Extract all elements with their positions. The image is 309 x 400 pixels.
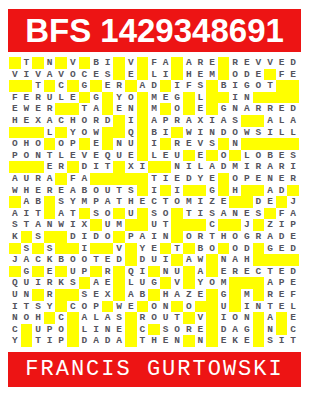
letter-cell: I xyxy=(241,301,253,313)
blocked-cell xyxy=(102,173,114,185)
letter-cell: G xyxy=(218,289,230,301)
letter-cell: S xyxy=(195,80,207,92)
letter-cell: G xyxy=(264,243,276,255)
blocked-cell xyxy=(195,185,207,197)
blocked-cell xyxy=(264,69,276,81)
blocked-cell xyxy=(218,138,230,150)
blocked-cell xyxy=(160,161,172,173)
blocked-cell xyxy=(113,173,125,185)
blocked-cell xyxy=(125,80,137,92)
letter-cell: L xyxy=(276,127,288,139)
letter-cell: N xyxy=(264,173,276,185)
letter-cell: N xyxy=(195,335,207,347)
letter-cell: R xyxy=(32,173,44,185)
letter-cell: L xyxy=(195,161,207,173)
letter-cell: I xyxy=(102,57,114,69)
blocked-cell xyxy=(9,266,21,278)
blocked-cell xyxy=(67,80,79,92)
blocked-cell xyxy=(218,243,230,255)
letter-cell: F xyxy=(276,208,288,220)
letter-cell: E xyxy=(218,196,230,208)
letter-cell: E xyxy=(195,289,207,301)
blocked-cell xyxy=(218,57,230,69)
letter-cell: U xyxy=(137,277,149,289)
letter-cell: E xyxy=(183,138,195,150)
blocked-cell xyxy=(171,231,183,243)
letter-cell: G xyxy=(241,324,253,336)
letter-cell: E xyxy=(276,57,288,69)
letter-cell: D xyxy=(90,231,102,243)
blocked-cell xyxy=(125,312,137,324)
letter-cell: C xyxy=(32,254,44,266)
letter-cell: O xyxy=(67,69,79,81)
letter-cell: U xyxy=(102,219,114,231)
blocked-cell xyxy=(113,277,125,289)
letter-cell: T xyxy=(102,161,114,173)
letter-cell: H xyxy=(125,196,137,208)
letter-cell: X xyxy=(32,115,44,127)
letter-cell: I xyxy=(218,312,230,324)
letter-cell: A xyxy=(79,312,91,324)
blocked-cell xyxy=(171,254,183,266)
letter-cell: M xyxy=(241,289,253,301)
blocked-cell xyxy=(183,312,195,324)
letter-cell: E xyxy=(241,266,253,278)
letter-cell: V xyxy=(55,69,67,81)
letter-cell: O xyxy=(229,312,241,324)
letter-cell: N xyxy=(171,161,183,173)
blocked-cell xyxy=(137,57,149,69)
blocked-cell xyxy=(21,324,33,336)
letter-cell: N xyxy=(264,324,276,336)
letter-cell: O xyxy=(148,312,160,324)
blocked-cell xyxy=(125,219,137,231)
letter-cell: D xyxy=(253,196,265,208)
blocked-cell xyxy=(287,254,299,266)
letter-cell: E xyxy=(160,150,172,162)
letter-cell: A xyxy=(264,277,276,289)
blocked-cell xyxy=(90,219,102,231)
letter-cell: T xyxy=(137,335,149,347)
letter-cell: E xyxy=(253,173,265,185)
letter-cell: E xyxy=(276,150,288,162)
letter-cell: V xyxy=(32,69,44,81)
letter-cell: A xyxy=(44,69,56,81)
letter-cell: D xyxy=(67,231,79,243)
letter-cell: E xyxy=(9,103,21,115)
letter-cell: I xyxy=(90,324,102,336)
letter-cell: U xyxy=(125,138,137,150)
letter-cell: E xyxy=(276,289,288,301)
letter-cell: O xyxy=(67,254,79,266)
blocked-cell xyxy=(79,277,91,289)
letter-cell: K xyxy=(44,254,56,266)
letter-cell: X xyxy=(195,115,207,127)
letter-cell: I xyxy=(171,185,183,197)
letter-cell: S xyxy=(9,219,21,231)
letter-cell: A xyxy=(264,115,276,127)
blocked-cell xyxy=(32,127,44,139)
blocked-cell xyxy=(67,312,79,324)
letter-cell: A xyxy=(183,115,195,127)
letter-cell: S xyxy=(253,127,265,139)
letter-cell: A xyxy=(137,231,149,243)
letter-cell: T xyxy=(21,301,33,313)
blocked-cell xyxy=(160,185,172,197)
letter-cell: A xyxy=(264,231,276,243)
letter-cell: O xyxy=(206,243,218,255)
letter-cell: I xyxy=(67,219,79,231)
letter-cell: O xyxy=(55,324,67,336)
letter-cell: H xyxy=(67,115,79,127)
letter-cell: T xyxy=(171,312,183,324)
letter-cell: K xyxy=(229,335,241,347)
letter-cell: H xyxy=(160,289,172,301)
letter-cell: P xyxy=(9,150,21,162)
letter-cell: E xyxy=(44,161,56,173)
letter-cell: O xyxy=(79,254,91,266)
letter-cell: S xyxy=(206,208,218,220)
blocked-cell xyxy=(229,196,241,208)
letter-cell: P xyxy=(90,196,102,208)
letter-cell: R xyxy=(253,231,265,243)
blocked-cell xyxy=(229,301,241,313)
letter-cell: I xyxy=(287,161,299,173)
letter-cell: N xyxy=(229,208,241,220)
letter-cell: A xyxy=(218,115,230,127)
blocked-cell xyxy=(206,324,218,336)
letter-cell: N xyxy=(229,138,241,150)
letter-cell: V xyxy=(9,69,21,81)
blocked-cell xyxy=(183,277,195,289)
blocked-cell xyxy=(276,196,288,208)
letter-cell: B xyxy=(264,150,276,162)
blocked-cell xyxy=(32,57,44,69)
blocked-cell xyxy=(253,324,265,336)
blocked-cell xyxy=(206,92,218,104)
letter-cell: T xyxy=(32,208,44,220)
blocked-cell xyxy=(9,243,21,255)
blocked-cell xyxy=(67,243,79,255)
letter-cell: I xyxy=(79,243,91,255)
letter-cell: R xyxy=(102,266,114,278)
letter-cell: O xyxy=(218,150,230,162)
letter-cell: U xyxy=(171,266,183,278)
letter-cell: A xyxy=(21,196,33,208)
blocked-cell xyxy=(67,289,79,301)
letter-cell: C xyxy=(148,196,160,208)
letter-cell: U xyxy=(171,150,183,162)
letter-cell: S xyxy=(160,324,172,336)
blocked-cell xyxy=(137,138,149,150)
letter-cell: H xyxy=(241,254,253,266)
letter-cell: E xyxy=(287,312,299,324)
letter-cell: Y xyxy=(113,92,125,104)
blocked-cell xyxy=(79,208,91,220)
blocked-cell xyxy=(90,173,102,185)
blocked-cell xyxy=(21,80,33,92)
letter-cell: E xyxy=(160,92,172,104)
letter-cell: I xyxy=(195,208,207,220)
letter-cell: R xyxy=(264,103,276,115)
blocked-cell xyxy=(137,92,149,104)
letter-cell: O xyxy=(9,138,21,150)
blocked-cell xyxy=(206,266,218,278)
blocked-cell xyxy=(44,312,56,324)
letter-cell: P xyxy=(160,115,172,127)
letter-cell: D xyxy=(137,254,149,266)
letter-cell: D xyxy=(148,80,160,92)
blocked-cell xyxy=(113,115,125,127)
blocked-cell xyxy=(287,92,299,104)
blocked-cell xyxy=(148,266,160,278)
letter-cell: A xyxy=(90,103,102,115)
letter-cell: A xyxy=(206,161,218,173)
blocked-cell xyxy=(276,312,288,324)
letter-cell: L xyxy=(44,127,56,139)
blocked-cell xyxy=(171,219,183,231)
blocked-cell xyxy=(44,208,56,220)
blocked-cell xyxy=(264,138,276,150)
letter-cell: O xyxy=(160,208,172,220)
blocked-cell xyxy=(113,57,125,69)
letter-cell: H xyxy=(148,335,160,347)
letter-cell: N xyxy=(160,301,172,313)
letter-cell: E xyxy=(276,173,288,185)
blocked-cell xyxy=(160,103,172,115)
blocked-cell xyxy=(206,335,218,347)
letter-cell: P xyxy=(125,231,137,243)
blocked-cell xyxy=(218,92,230,104)
blocked-cell xyxy=(55,127,67,139)
blocked-cell xyxy=(44,138,56,150)
letter-cell: Y xyxy=(67,196,79,208)
blocked-cell xyxy=(241,115,253,127)
letter-cell: S xyxy=(102,69,114,81)
letter-cell: K xyxy=(9,231,21,243)
letter-cell: A xyxy=(90,335,102,347)
letter-cell: T xyxy=(160,219,172,231)
blocked-cell xyxy=(195,219,207,231)
letter-cell: T xyxy=(148,173,160,185)
blocked-cell xyxy=(148,161,160,173)
letter-cell: H xyxy=(21,185,33,197)
letter-cell: R xyxy=(44,289,56,301)
blocked-cell xyxy=(229,150,241,162)
letter-cell: A xyxy=(44,115,56,127)
letter-cell: G xyxy=(79,80,91,92)
letter-cell: V xyxy=(125,57,137,69)
letter-cell: J xyxy=(287,196,299,208)
letter-cell: E xyxy=(287,231,299,243)
blocked-cell xyxy=(206,80,218,92)
letter-cell: P xyxy=(276,277,288,289)
letter-cell: T xyxy=(160,196,172,208)
blocked-cell xyxy=(21,231,33,243)
letter-cell: M xyxy=(218,277,230,289)
letter-cell: O xyxy=(171,103,183,115)
blocked-cell xyxy=(206,254,218,266)
blocked-cell xyxy=(137,115,149,127)
letter-cell: X xyxy=(125,161,137,173)
letter-cell: T xyxy=(32,80,44,92)
blocked-cell xyxy=(241,196,253,208)
letter-cell: O xyxy=(79,115,91,127)
letter-cell: N xyxy=(253,301,265,313)
letter-cell: T xyxy=(264,80,276,92)
letter-cell: O xyxy=(79,301,91,313)
letter-cell: I xyxy=(264,127,276,139)
letter-cell: A xyxy=(55,208,67,220)
letter-cell: U xyxy=(9,289,21,301)
letter-cell: C xyxy=(67,301,79,313)
blocked-cell xyxy=(113,127,125,139)
letter-cell: Y xyxy=(67,127,79,139)
blocked-cell xyxy=(113,289,125,301)
letter-cell: O xyxy=(229,231,241,243)
letter-cell: A xyxy=(125,289,137,301)
letter-cell: U xyxy=(32,324,44,336)
letter-cell: E xyxy=(32,103,44,115)
letter-cell: R xyxy=(44,103,56,115)
letter-cell: E xyxy=(195,103,207,115)
letter-cell: I xyxy=(90,161,102,173)
letter-cell: D xyxy=(218,127,230,139)
letter-cell: S xyxy=(32,231,44,243)
letter-cell: E xyxy=(90,289,102,301)
letter-cell: N xyxy=(160,231,172,243)
letter-cell: I xyxy=(21,69,33,81)
letter-cell: T xyxy=(171,243,183,255)
letter-cell: E xyxy=(21,115,33,127)
letter-cell: S xyxy=(55,196,67,208)
blocked-cell xyxy=(218,219,230,231)
puzzle-grid: TNVBIVFAAREREVVEDVIVAVOCESELIHEMODEFETCG… xyxy=(9,57,299,347)
letter-cell: U xyxy=(148,219,160,231)
blocked-cell xyxy=(55,289,67,301)
letter-cell: D xyxy=(276,185,288,197)
letter-cell: O xyxy=(171,324,183,336)
blocked-cell xyxy=(229,289,241,301)
letter-cell: R xyxy=(253,103,265,115)
letter-cell: L xyxy=(55,150,67,162)
blocked-cell xyxy=(55,266,67,278)
letter-cell: N xyxy=(160,266,172,278)
letter-cell: P xyxy=(55,335,67,347)
blocked-cell xyxy=(137,219,149,231)
letter-cell: E xyxy=(102,254,114,266)
letter-cell: Z xyxy=(264,219,276,231)
letter-cell: S xyxy=(113,312,125,324)
letter-cell: G xyxy=(171,92,183,104)
letter-cell: N xyxy=(218,254,230,266)
letter-cell: H xyxy=(218,231,230,243)
letter-cell: G xyxy=(241,231,253,243)
letter-cell: R xyxy=(229,57,241,69)
letter-cell: G xyxy=(218,103,230,115)
letter-cell: A xyxy=(218,208,230,220)
letter-cell: A xyxy=(264,185,276,197)
blocked-cell xyxy=(218,185,230,197)
letter-cell: E xyxy=(160,335,172,347)
letter-cell: L xyxy=(90,312,102,324)
letter-cell: O xyxy=(229,127,241,139)
letter-cell: C xyxy=(137,324,149,336)
letter-cell: F xyxy=(287,289,299,301)
letter-cell: H xyxy=(229,185,241,197)
blocked-cell xyxy=(113,266,125,278)
letter-cell: L xyxy=(148,69,160,81)
letter-cell: C xyxy=(55,115,67,127)
blocked-cell xyxy=(276,254,288,266)
letter-cell: P xyxy=(79,266,91,278)
letter-cell: S xyxy=(206,138,218,150)
blocked-cell xyxy=(102,92,114,104)
letter-cell: A xyxy=(9,208,21,220)
letter-cell: G xyxy=(206,185,218,197)
letter-cell: E xyxy=(264,196,276,208)
letter-cell: E xyxy=(195,150,207,162)
letter-cell: U xyxy=(21,173,33,185)
letter-cell: R xyxy=(195,231,207,243)
letter-cell: B xyxy=(32,196,44,208)
title-band: BFS 1429348691 xyxy=(8,9,301,52)
blocked-cell xyxy=(229,277,241,289)
letter-cell: I xyxy=(148,231,160,243)
letter-cell: A xyxy=(287,115,299,127)
letter-cell: H xyxy=(32,312,44,324)
letter-cell: L xyxy=(55,92,67,104)
letter-cell: E xyxy=(287,69,299,81)
letter-cell: I xyxy=(241,161,253,173)
blocked-cell xyxy=(276,138,288,150)
letter-cell: T xyxy=(287,335,299,347)
letter-cell: L xyxy=(276,115,288,127)
letter-cell: I xyxy=(44,335,56,347)
letter-cell: N xyxy=(9,312,21,324)
blocked-cell xyxy=(171,208,183,220)
letter-cell: A xyxy=(264,312,276,324)
letter-cell: R xyxy=(137,312,149,324)
letter-cell: A xyxy=(148,115,160,127)
letter-cell: I xyxy=(183,161,195,173)
letter-cell: E xyxy=(195,324,207,336)
letter-cell: E xyxy=(125,150,137,162)
letter-cell: A xyxy=(67,185,79,197)
letter-cell: E xyxy=(113,103,125,115)
blocked-cell xyxy=(55,231,67,243)
blocked-cell xyxy=(148,324,160,336)
blocked-cell xyxy=(113,69,125,81)
letter-cell: P xyxy=(241,173,253,185)
letter-cell: N xyxy=(32,150,44,162)
blocked-cell xyxy=(206,150,218,162)
letter-cell: I xyxy=(276,219,288,231)
blocked-cell xyxy=(218,173,230,185)
letter-cell: L xyxy=(287,301,299,313)
letter-cell: T xyxy=(264,266,276,278)
letter-cell: O xyxy=(229,243,241,255)
letter-cell: E xyxy=(113,324,125,336)
blocked-cell xyxy=(137,301,149,313)
letter-cell: N xyxy=(113,138,125,150)
blocked-cell xyxy=(32,243,44,255)
letter-cell: R xyxy=(90,115,102,127)
letter-cell: T xyxy=(183,208,195,220)
letter-cell: N xyxy=(241,92,253,104)
letter-cell: R xyxy=(171,115,183,127)
letter-cell: R xyxy=(195,57,207,69)
